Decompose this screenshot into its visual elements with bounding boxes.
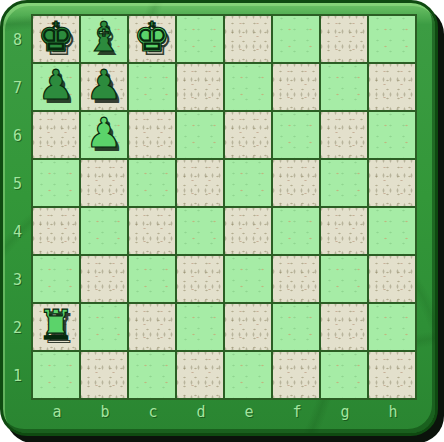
square-c2[interactable] (129, 304, 175, 350)
square-c8[interactable]: ♚ (129, 16, 175, 62)
square-g2[interactable] (321, 304, 367, 350)
chess-board[interactable]: ♚♝♚♟♟♟♜ (31, 14, 417, 400)
square-a3[interactable] (33, 256, 79, 302)
square-e6[interactable] (225, 112, 271, 158)
square-c7[interactable] (129, 64, 175, 110)
square-f1[interactable] (273, 352, 319, 398)
piece-black-pawn[interactable]: ♟ (38, 62, 75, 108)
square-f8[interactable] (273, 16, 319, 62)
square-c1[interactable] (129, 352, 175, 398)
piece-black-bishop[interactable]: ♝ (86, 14, 123, 60)
square-h5[interactable] (369, 160, 415, 206)
file-label-d: d (177, 399, 225, 425)
rank-label-4: 4 (5, 208, 30, 256)
rank-label-5: 5 (5, 160, 30, 208)
square-e7[interactable] (225, 64, 271, 110)
square-g3[interactable] (321, 256, 367, 302)
square-f7[interactable] (273, 64, 319, 110)
square-d6[interactable] (177, 112, 223, 158)
square-d5[interactable] (177, 160, 223, 206)
piece-black-pawn[interactable]: ♟ (86, 62, 123, 108)
piece-white-rook[interactable]: ♜ (38, 302, 75, 348)
square-f3[interactable] (273, 256, 319, 302)
file-label-a: a (33, 399, 81, 425)
square-e1[interactable] (225, 352, 271, 398)
square-d4[interactable] (177, 208, 223, 254)
square-e2[interactable] (225, 304, 271, 350)
square-d2[interactable] (177, 304, 223, 350)
square-a8[interactable]: ♚ (33, 16, 79, 62)
square-a6[interactable] (33, 112, 79, 158)
piece-white-pawn[interactable]: ♟ (86, 110, 123, 156)
square-b7[interactable]: ♟ (81, 64, 127, 110)
file-labels: abcdefgh (33, 399, 417, 425)
square-a7[interactable]: ♟ (33, 64, 79, 110)
square-f5[interactable] (273, 160, 319, 206)
rank-labels: 87654321 (5, 16, 30, 400)
square-e4[interactable] (225, 208, 271, 254)
rank-label-2: 2 (5, 304, 30, 352)
square-e3[interactable] (225, 256, 271, 302)
file-label-c: c (129, 399, 177, 425)
file-label-e: e (225, 399, 273, 425)
file-label-g: g (321, 399, 369, 425)
square-c3[interactable] (129, 256, 175, 302)
square-g6[interactable] (321, 112, 367, 158)
square-g7[interactable] (321, 64, 367, 110)
square-f6[interactable] (273, 112, 319, 158)
piece-white-king[interactable]: ♚ (134, 14, 171, 60)
square-e5[interactable] (225, 160, 271, 206)
rank-label-8: 8 (5, 16, 30, 64)
square-b5[interactable] (81, 160, 127, 206)
square-b4[interactable] (81, 208, 127, 254)
chess-app-window: 87654321 ♚♝♚♟♟♟♜ abcdefgh (0, 0, 444, 442)
square-f4[interactable] (273, 208, 319, 254)
square-b3[interactable] (81, 256, 127, 302)
square-a4[interactable] (33, 208, 79, 254)
rank-label-3: 3 (5, 256, 30, 304)
square-f2[interactable] (273, 304, 319, 350)
square-d3[interactable] (177, 256, 223, 302)
square-g1[interactable] (321, 352, 367, 398)
square-h1[interactable] (369, 352, 415, 398)
square-c4[interactable] (129, 208, 175, 254)
square-a2[interactable]: ♜ (33, 304, 79, 350)
square-d7[interactable] (177, 64, 223, 110)
square-h8[interactable] (369, 16, 415, 62)
square-c5[interactable] (129, 160, 175, 206)
rank-label-1: 1 (5, 352, 30, 400)
square-d8[interactable] (177, 16, 223, 62)
rank-label-6: 6 (5, 112, 30, 160)
square-e8[interactable] (225, 16, 271, 62)
square-d1[interactable] (177, 352, 223, 398)
square-h3[interactable] (369, 256, 415, 302)
square-b2[interactable] (81, 304, 127, 350)
square-g5[interactable] (321, 160, 367, 206)
square-c6[interactable] (129, 112, 175, 158)
square-h6[interactable] (369, 112, 415, 158)
square-g4[interactable] (321, 208, 367, 254)
file-label-f: f (273, 399, 321, 425)
square-h2[interactable] (369, 304, 415, 350)
file-label-b: b (81, 399, 129, 425)
file-label-h: h (369, 399, 417, 425)
square-b1[interactable] (81, 352, 127, 398)
square-b8[interactable]: ♝ (81, 16, 127, 62)
square-b6[interactable]: ♟ (81, 112, 127, 158)
piece-black-king[interactable]: ♚ (38, 14, 75, 60)
square-a1[interactable] (33, 352, 79, 398)
square-h4[interactable] (369, 208, 415, 254)
square-g8[interactable] (321, 16, 367, 62)
square-h7[interactable] (369, 64, 415, 110)
square-a5[interactable] (33, 160, 79, 206)
rank-label-7: 7 (5, 64, 30, 112)
